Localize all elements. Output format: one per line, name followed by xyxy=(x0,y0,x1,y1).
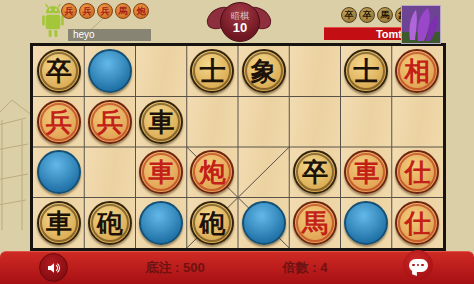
red-piece-炮[interactable]: 炮 xyxy=(190,150,234,194)
board-cell-r1c8[interactable]: 相 xyxy=(392,46,443,97)
red-piece-仕[interactable]: 仕 xyxy=(395,150,439,194)
hidden-piece[interactable] xyxy=(344,201,388,245)
board-cell-r1c4[interactable]: 士 xyxy=(187,46,238,97)
board-cell-r1c1[interactable]: 卒 xyxy=(33,46,84,97)
board-cell-r2c7[interactable] xyxy=(341,97,392,148)
board-cell-r3c6[interactable]: 卒 xyxy=(289,147,340,198)
speaker-icon xyxy=(46,260,62,276)
board-cell-r1c2[interactable] xyxy=(84,46,135,97)
board-cell-r3c5[interactable] xyxy=(238,147,289,198)
badge-medal: 暗棋 10 xyxy=(220,2,260,42)
sound-button[interactable] xyxy=(39,253,68,282)
left-player-name-plate: heyo xyxy=(68,29,151,41)
black-piece-卒[interactable]: 卒 xyxy=(293,150,337,194)
base-bet-text: 底注 : 500 xyxy=(120,259,230,277)
black-piece-車[interactable]: 車 xyxy=(139,100,183,144)
board-cell-r4c7[interactable] xyxy=(341,198,392,249)
timer-badge: 暗棋 10 xyxy=(206,0,272,42)
captured-red-piece: 兵 xyxy=(97,3,113,19)
board-cell-r4c1[interactable]: 車 xyxy=(33,198,84,249)
red-piece-兵[interactable]: 兵 xyxy=(37,100,81,144)
red-piece-馬[interactable]: 馬 xyxy=(293,201,337,245)
right-player-name: Tomt xyxy=(376,28,402,40)
black-piece-士[interactable]: 士 xyxy=(344,49,388,93)
board-cell-r1c3[interactable] xyxy=(136,46,187,97)
board-cell-r4c3[interactable] xyxy=(136,198,187,249)
board-cell-r2c2[interactable]: 兵 xyxy=(84,97,135,148)
banqi-board: 卒士象士相兵兵車車炮卒車仕車砲砲馬仕 xyxy=(30,43,446,251)
red-piece-仕[interactable]: 仕 xyxy=(395,201,439,245)
multiplier-text: 倍數 : 4 xyxy=(255,259,355,277)
badge-label: 暗棋 xyxy=(231,11,249,21)
chat-button[interactable] xyxy=(403,250,433,280)
game-screen: 兵兵兵馬炮 heyo 暗棋 10 卒卒馬象 Tomt 卒士象士相兵兵車車炮卒車仕… xyxy=(0,0,474,284)
red-piece-相[interactable]: 相 xyxy=(395,49,439,93)
chat-bubble-icon xyxy=(409,259,428,272)
black-piece-卒[interactable]: 卒 xyxy=(37,49,81,93)
black-piece-砲[interactable]: 砲 xyxy=(190,201,234,245)
captured-black-piece: 馬 xyxy=(377,7,393,23)
board-cell-r1c5[interactable]: 象 xyxy=(238,46,289,97)
board-cell-r1c7[interactable]: 士 xyxy=(341,46,392,97)
board-cell-r4c2[interactable]: 砲 xyxy=(84,198,135,249)
hidden-piece[interactable] xyxy=(88,49,132,93)
red-piece-車[interactable]: 車 xyxy=(344,150,388,194)
board-cell-r3c3[interactable]: 車 xyxy=(136,147,187,198)
board-cell-r3c4[interactable]: 炮 xyxy=(187,147,238,198)
black-piece-砲[interactable]: 砲 xyxy=(88,201,132,245)
board-cell-r4c6[interactable]: 馬 xyxy=(289,198,340,249)
badge-value: 10 xyxy=(233,21,247,34)
captured-red-piece: 炮 xyxy=(133,3,149,19)
board-cell-r3c1[interactable] xyxy=(33,147,84,198)
board-cell-r2c1[interactable]: 兵 xyxy=(33,97,84,148)
left-player-name: heyo xyxy=(73,29,95,40)
black-piece-車[interactable]: 車 xyxy=(37,201,81,245)
board-cell-r2c6[interactable] xyxy=(289,97,340,148)
board-cell-r4c8[interactable]: 仕 xyxy=(392,198,443,249)
red-piece-車[interactable]: 車 xyxy=(139,150,183,194)
hidden-piece[interactable] xyxy=(37,150,81,194)
board-cell-r4c4[interactable]: 砲 xyxy=(187,198,238,249)
black-piece-士[interactable]: 士 xyxy=(190,49,234,93)
captured-black-piece: 卒 xyxy=(359,7,375,23)
captured-black-piece: 卒 xyxy=(341,7,357,23)
board-grid: 卒士象士相兵兵車車炮卒車仕車砲砲馬仕 xyxy=(33,46,443,248)
red-piece-兵[interactable]: 兵 xyxy=(88,100,132,144)
captured-red-piece: 兵 xyxy=(79,3,95,19)
board-cell-r2c4[interactable] xyxy=(187,97,238,148)
black-piece-象[interactable]: 象 xyxy=(242,49,286,93)
captured-red-piece: 馬 xyxy=(115,3,131,19)
left-captured-tray: 兵兵兵馬炮 xyxy=(61,3,149,19)
hidden-piece[interactable] xyxy=(139,201,183,245)
board-cell-r3c2[interactable] xyxy=(84,147,135,198)
hidden-piece[interactable] xyxy=(242,201,286,245)
board-cell-r1c6[interactable] xyxy=(289,46,340,97)
board-cell-r3c7[interactable]: 車 xyxy=(341,147,392,198)
board-cell-r2c8[interactable] xyxy=(392,97,443,148)
board-cell-r4c5[interactable] xyxy=(238,198,289,249)
board-cell-r3c8[interactable]: 仕 xyxy=(392,147,443,198)
right-player-avatar[interactable] xyxy=(401,5,441,44)
captured-red-piece: 兵 xyxy=(61,3,77,19)
board-cell-r2c3[interactable]: 車 xyxy=(136,97,187,148)
board-cell-r2c5[interactable] xyxy=(238,97,289,148)
